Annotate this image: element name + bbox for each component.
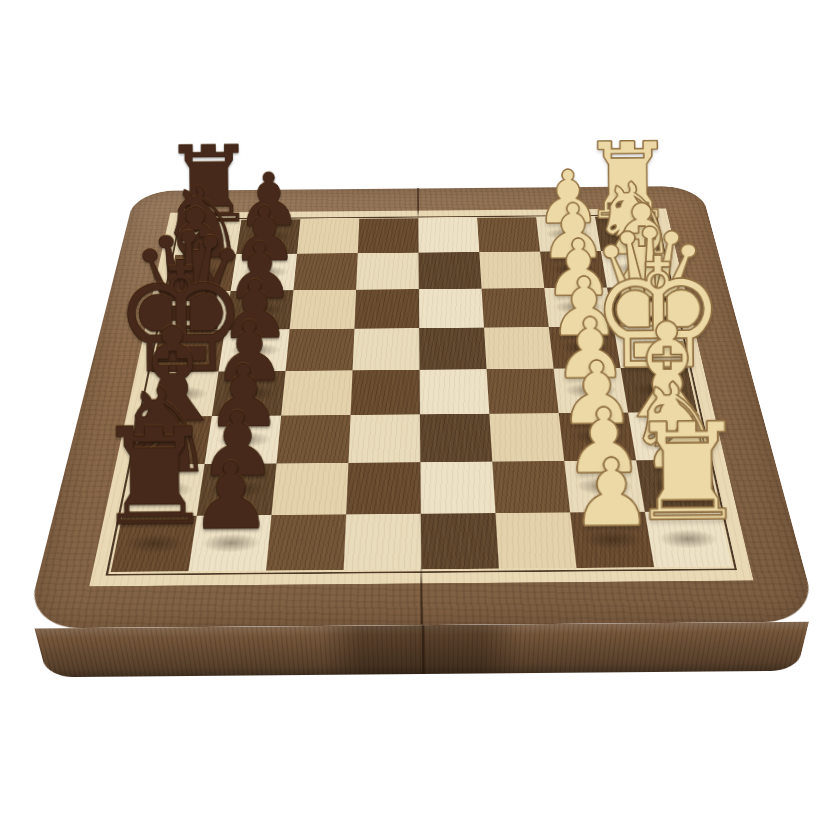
square-c3[interactable] (482, 288, 549, 327)
square-d6[interactable] (286, 329, 355, 371)
square-e5[interactable] (351, 370, 420, 415)
square-d3[interactable] (484, 327, 554, 369)
square-b3[interactable] (479, 252, 544, 289)
square-a6[interactable] (297, 219, 359, 254)
square-g3[interactable] (492, 461, 570, 513)
square-b4[interactable] (419, 252, 482, 289)
square-h5[interactable] (344, 514, 422, 570)
square-d4[interactable] (419, 328, 486, 370)
square-c6[interactable] (290, 290, 357, 330)
camera-tilt: ♜♟♟♜♞♟♟♞♝♟♟♝♛♟♟♛♚♟♟♚♝♟♟♝♞♟♟♞♜♟♟♜ (0, 0, 840, 840)
square-g6[interactable] (271, 463, 348, 515)
square-f6[interactable] (277, 415, 351, 464)
square-h3[interactable] (495, 512, 576, 568)
square-g5[interactable] (346, 462, 421, 514)
square-b5[interactable] (356, 253, 419, 290)
white-rook-glyph: ♜ (626, 404, 747, 539)
square-g4[interactable] (420, 462, 495, 514)
square-a5[interactable] (358, 218, 419, 253)
square-c4[interactable] (419, 289, 484, 329)
square-b6[interactable] (293, 253, 357, 290)
fold-seam-edge (422, 625, 425, 674)
square-f4[interactable] (420, 414, 492, 462)
square-a3[interactable] (477, 217, 540, 252)
square-e6[interactable] (281, 370, 352, 415)
perspective-container: ♜♟♟♜♞♟♟♞♝♟♟♝♛♟♟♛♚♟♟♚♝♟♟♝♞♟♟♞♜♟♟♜ (87, 37, 753, 703)
black-pawn-glyph: ♟ (188, 449, 272, 543)
board-front-edge (35, 622, 810, 678)
square-e3[interactable] (487, 369, 559, 414)
square-c5[interactable] (354, 289, 419, 329)
square-h4[interactable] (421, 513, 499, 569)
photo-background: ♜♟♟♜♞♟♟♞♝♟♟♝♛♟♟♛♚♟♟♚♝♟♟♝♞♟♟♞♜♟♟♜ (0, 0, 840, 840)
square-h6[interactable] (266, 514, 346, 570)
square-f3[interactable] (489, 413, 564, 461)
square-f5[interactable] (348, 414, 420, 462)
square-a4[interactable] (418, 218, 479, 253)
chess-board: ♜♟♟♜♞♟♟♞♝♟♟♝♛♟♟♛♚♟♟♚♝♟♟♝♞♟♟♞♜♟♟♜ (25, 186, 819, 629)
square-d5[interactable] (353, 328, 420, 370)
square-e4[interactable] (420, 369, 490, 414)
